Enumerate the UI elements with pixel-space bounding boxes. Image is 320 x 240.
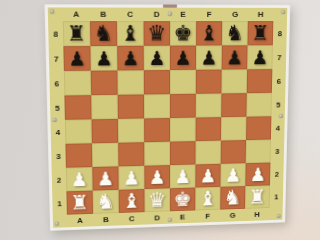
- rank-label-5-right: 5: [271, 93, 285, 117]
- piece-white-pawn[interactable]: ♟: [174, 167, 191, 186]
- piece-white-bishop[interactable]: ♝: [122, 191, 141, 212]
- square-b5[interactable]: [91, 95, 118, 120]
- file-label-g-top: G: [222, 8, 248, 21]
- square-f1[interactable]: ♝: [195, 187, 220, 211]
- square-g3[interactable]: [221, 140, 246, 164]
- square-e5[interactable]: [170, 94, 196, 118]
- screw-icon: [52, 118, 56, 122]
- piece-black-pawn[interactable]: ♟: [95, 48, 113, 68]
- file-label-a-top: A: [63, 7, 90, 21]
- piece-white-pawn[interactable]: ♟: [123, 168, 140, 187]
- rank-label-4-right: 4: [271, 116, 285, 139]
- square-d3[interactable]: [144, 142, 170, 166]
- square-h3[interactable]: [246, 140, 271, 164]
- square-e2[interactable]: ♟: [170, 164, 195, 188]
- square-c4[interactable]: [118, 118, 144, 142]
- rank-label-3-left: 3: [51, 144, 66, 168]
- square-f3[interactable]: [195, 141, 220, 165]
- piece-black-pawn[interactable]: ♟: [226, 48, 243, 67]
- rank-label-4-left: 4: [50, 120, 65, 144]
- square-b6[interactable]: [91, 70, 118, 95]
- square-f6[interactable]: [196, 70, 222, 94]
- file-label-b-top: B: [90, 8, 117, 22]
- square-f4[interactable]: [196, 117, 222, 141]
- square-b8[interactable]: ♞: [90, 21, 117, 46]
- file-label-g-bottom: G: [220, 209, 245, 222]
- piece-white-king[interactable]: ♚: [173, 189, 191, 210]
- screw-icon: [50, 10, 54, 14]
- square-c2[interactable]: ♟: [118, 166, 144, 190]
- piece-black-rook[interactable]: ♜: [67, 23, 87, 45]
- piece-black-king[interactable]: ♚: [174, 23, 193, 45]
- square-h8[interactable]: ♜: [247, 21, 273, 45]
- square-h4[interactable]: [246, 116, 271, 140]
- square-e6[interactable]: [170, 70, 196, 94]
- square-d5[interactable]: [144, 94, 170, 118]
- square-g5[interactable]: [221, 93, 247, 117]
- square-g7[interactable]: ♟: [222, 45, 248, 69]
- file-label-f-top: F: [196, 8, 222, 21]
- piece-white-queen[interactable]: ♛: [148, 190, 167, 211]
- square-f5[interactable]: [196, 93, 222, 117]
- rank-label-7-left: 7: [49, 46, 64, 71]
- piece-black-pawn[interactable]: ♟: [252, 48, 269, 67]
- piece-white-pawn[interactable]: ♟: [200, 166, 217, 185]
- piece-black-queen[interactable]: ♛: [147, 23, 166, 45]
- square-e8[interactable]: ♚: [170, 21, 196, 46]
- board-white-edge: ABCDEFGH8♜♞♝♛♚♝♞♜87♟♟♟♟♟♟♟♟7665544332♟♟♟…: [44, 4, 290, 231]
- square-c6[interactable]: [117, 70, 144, 95]
- square-f8[interactable]: ♝: [196, 21, 222, 45]
- frame-corner: [273, 8, 287, 21]
- piece-white-pawn[interactable]: ♟: [71, 170, 89, 189]
- rank-label-2-left: 2: [52, 168, 67, 192]
- file-label-b-bottom: B: [93, 213, 119, 226]
- piece-white-knight[interactable]: ♞: [96, 191, 115, 212]
- square-d1[interactable]: ♛: [144, 188, 170, 212]
- piece-white-pawn[interactable]: ♟: [97, 169, 114, 188]
- piece-white-pawn[interactable]: ♟: [250, 165, 267, 184]
- square-c7[interactable]: ♟: [117, 46, 144, 71]
- square-a3[interactable]: [65, 143, 92, 167]
- rank-label-3-right: 3: [270, 139, 284, 162]
- piece-black-pawn[interactable]: ♟: [200, 48, 217, 67]
- screw-icon: [168, 12, 172, 16]
- rank-label-8-left: 8: [48, 21, 63, 46]
- frame-corner: [269, 208, 282, 221]
- square-a7[interactable]: ♟: [63, 46, 90, 71]
- file-label-d-bottom: D: [145, 211, 170, 224]
- square-h7[interactable]: ♟: [247, 45, 273, 69]
- square-e7[interactable]: ♟: [170, 46, 196, 70]
- rank-label-7-right: 7: [272, 45, 286, 69]
- square-h6[interactable]: [247, 69, 273, 93]
- square-g4[interactable]: [221, 117, 246, 141]
- file-label-c-bottom: C: [119, 212, 145, 225]
- square-e3[interactable]: [170, 141, 196, 165]
- wall-background: ABCDEFGH8♜♞♝♛♚♝♞♜87♟♟♟♟♟♟♟♟7665544332♟♟♟…: [0, 0, 320, 240]
- square-d7[interactable]: ♟: [144, 46, 170, 71]
- piece-black-knight[interactable]: ♞: [225, 23, 244, 44]
- file-label-h-bottom: H: [245, 208, 270, 221]
- piece-black-knight[interactable]: ♞: [94, 23, 114, 45]
- piece-white-rook[interactable]: ♜: [248, 187, 266, 207]
- rank-label-5-left: 5: [50, 95, 65, 120]
- square-f2[interactable]: ♟: [195, 164, 220, 188]
- manufacturer-label: [163, 5, 177, 8]
- square-a5[interactable]: [64, 95, 91, 120]
- file-label-a-bottom: A: [67, 214, 93, 227]
- piece-black-bishop[interactable]: ♝: [200, 23, 219, 44]
- square-b1[interactable]: ♞: [93, 190, 119, 214]
- piece-black-rook[interactable]: ♜: [251, 23, 270, 44]
- rank-label-6-left: 6: [49, 71, 64, 96]
- square-h5[interactable]: [246, 93, 271, 117]
- square-a8[interactable]: ♜: [63, 21, 91, 46]
- rank-label-6-right: 6: [272, 69, 286, 93]
- square-d4[interactable]: [144, 118, 170, 142]
- square-d6[interactable]: [144, 70, 170, 94]
- piece-black-pawn[interactable]: ♟: [148, 48, 165, 67]
- file-label-h-top: H: [248, 8, 274, 21]
- square-h2[interactable]: ♟: [245, 163, 270, 187]
- square-b2[interactable]: ♟: [92, 166, 118, 190]
- square-e4[interactable]: [170, 118, 196, 142]
- square-g1[interactable]: ♞: [220, 186, 245, 210]
- square-g8[interactable]: ♞: [222, 21, 248, 45]
- file-label-c-top: C: [117, 8, 144, 22]
- piece-black-bishop[interactable]: ♝: [121, 23, 140, 45]
- file-label-e-bottom: E: [170, 210, 195, 223]
- square-b3[interactable]: [92, 143, 119, 167]
- square-a6[interactable]: [64, 71, 91, 96]
- square-d8[interactable]: ♛: [144, 21, 170, 46]
- rank-label-2-right: 2: [270, 162, 284, 185]
- square-g2[interactable]: ♟: [220, 163, 245, 187]
- square-b4[interactable]: [92, 119, 119, 143]
- chess-demo-board: ABCDEFGH8♜♞♝♛♚♝♞♜87♟♟♟♟♟♟♟♟7665544332♟♟♟…: [44, 4, 290, 231]
- square-d2[interactable]: ♟: [144, 165, 170, 189]
- piece-black-pawn[interactable]: ♟: [122, 48, 140, 68]
- piece-white-rook[interactable]: ♜: [70, 192, 89, 213]
- square-c1[interactable]: ♝: [119, 189, 145, 213]
- piece-white-bishop[interactable]: ♝: [199, 188, 217, 209]
- square-c8[interactable]: ♝: [117, 21, 144, 46]
- square-a1[interactable]: ♜: [66, 191, 93, 215]
- square-b7[interactable]: ♟: [90, 46, 117, 71]
- square-h1[interactable]: ♜: [245, 185, 270, 208]
- square-c5[interactable]: [118, 94, 144, 118]
- piece-white-pawn[interactable]: ♟: [225, 166, 242, 185]
- square-g6[interactable]: [221, 69, 247, 93]
- square-a2[interactable]: ♟: [66, 167, 93, 191]
- file-label-f-bottom: F: [195, 210, 220, 223]
- file-label-d-top: D: [144, 8, 170, 21]
- piece-black-pawn[interactable]: ♟: [174, 48, 191, 67]
- square-f7[interactable]: ♟: [196, 45, 222, 69]
- board-frame: ABCDEFGH8♜♞♝♛♚♝♞♜87♟♟♟♟♟♟♟♟7665544332♟♟♟…: [48, 7, 288, 227]
- square-a4[interactable]: [65, 119, 92, 144]
- piece-black-pawn[interactable]: ♟: [68, 49, 86, 69]
- rank-label-1-right: 1: [270, 185, 284, 208]
- rank-label-1-left: 1: [52, 191, 67, 215]
- piece-white-pawn[interactable]: ♟: [149, 168, 166, 187]
- square-e1[interactable]: ♚: [170, 188, 195, 212]
- file-label-e-top: E: [170, 8, 196, 21]
- square-c3[interactable]: [118, 142, 144, 166]
- rank-label-8-right: 8: [273, 21, 287, 45]
- piece-white-knight[interactable]: ♞: [224, 188, 242, 208]
